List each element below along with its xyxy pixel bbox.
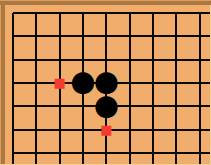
intersection-c2-r5[interactable] [25, 95, 48, 118]
intersection-c5-r7[interactable] [95, 141, 118, 164]
intersection-c8-r4[interactable] [165, 71, 188, 94]
intersection-c3-r5[interactable] [48, 95, 71, 118]
intersection-c9-r3[interactable] [188, 48, 211, 71]
intersection-c7-r7[interactable] [141, 141, 164, 164]
cut-edge-right [210, 0, 211, 165]
intersection-c6-r3[interactable] [118, 48, 141, 71]
intersection-c5-r5[interactable]: ● [95, 95, 118, 118]
intersection-c6-r5[interactable] [118, 95, 141, 118]
intersection-c2-r4[interactable] [25, 71, 48, 94]
intersection-c7-r4[interactable] [141, 71, 164, 94]
board-frame-top [0, 0, 211, 5]
intersection-c9-r5[interactable] [188, 95, 211, 118]
black-stone: ● [70, 67, 95, 96]
intersection-c6-r6[interactable] [118, 118, 141, 141]
intersection-c4-r7[interactable] [71, 141, 94, 164]
intersection-c4-r4[interactable]: ● [71, 71, 94, 94]
intersection-c2-r7[interactable] [25, 141, 48, 164]
intersection-c9-r7[interactable] [188, 141, 211, 164]
intersection-c3-r2[interactable] [48, 25, 71, 48]
intersection-c3-r7[interactable] [48, 141, 71, 164]
red-square-marker: ■ [100, 123, 112, 136]
intersection-c2-r6[interactable] [25, 118, 48, 141]
intersection-c3-r6[interactable] [48, 118, 71, 141]
intersection-c7-r5[interactable] [141, 95, 164, 118]
intersection-c8-r5[interactable] [165, 95, 188, 118]
intersection-c7-r3[interactable] [141, 48, 164, 71]
intersection-c9-r6[interactable] [188, 118, 211, 141]
intersection-c8-r6[interactable] [165, 118, 188, 141]
intersection-c6-r2[interactable] [118, 25, 141, 48]
intersection-c8-r7[interactable] [165, 141, 188, 164]
intersection-c6-r7[interactable] [118, 141, 141, 164]
go-board-diagram: ■●●●■ [0, 0, 211, 165]
intersection-c4-r6[interactable] [71, 118, 94, 141]
intersection-c2-r3[interactable] [25, 48, 48, 71]
intersection-c4-r2[interactable] [71, 25, 94, 48]
intersection-c7-r6[interactable] [141, 118, 164, 141]
intersection-c9-r2[interactable] [188, 25, 211, 48]
intersection-c8-r2[interactable] [165, 25, 188, 48]
intersection-c4-r5[interactable] [71, 95, 94, 118]
intersection-c6-r4[interactable] [118, 71, 141, 94]
intersection-c8-r3[interactable] [165, 48, 188, 71]
black-stone: ● [94, 91, 119, 120]
intersection-c5-r6[interactable]: ■ [95, 118, 118, 141]
intersection-c3-r4[interactable]: ■ [48, 71, 71, 94]
board-frame-left [0, 0, 5, 165]
go-board-grid: ■●●●■ [1, 1, 211, 164]
intersection-c7-r2[interactable] [141, 25, 164, 48]
intersection-c9-r4[interactable] [188, 71, 211, 94]
intersection-c5-r2[interactable] [95, 25, 118, 48]
cut-edge-bottom [0, 164, 211, 165]
intersection-c2-r2[interactable] [25, 25, 48, 48]
intersection-c3-r3[interactable] [48, 48, 71, 71]
red-square-marker: ■ [54, 76, 66, 89]
